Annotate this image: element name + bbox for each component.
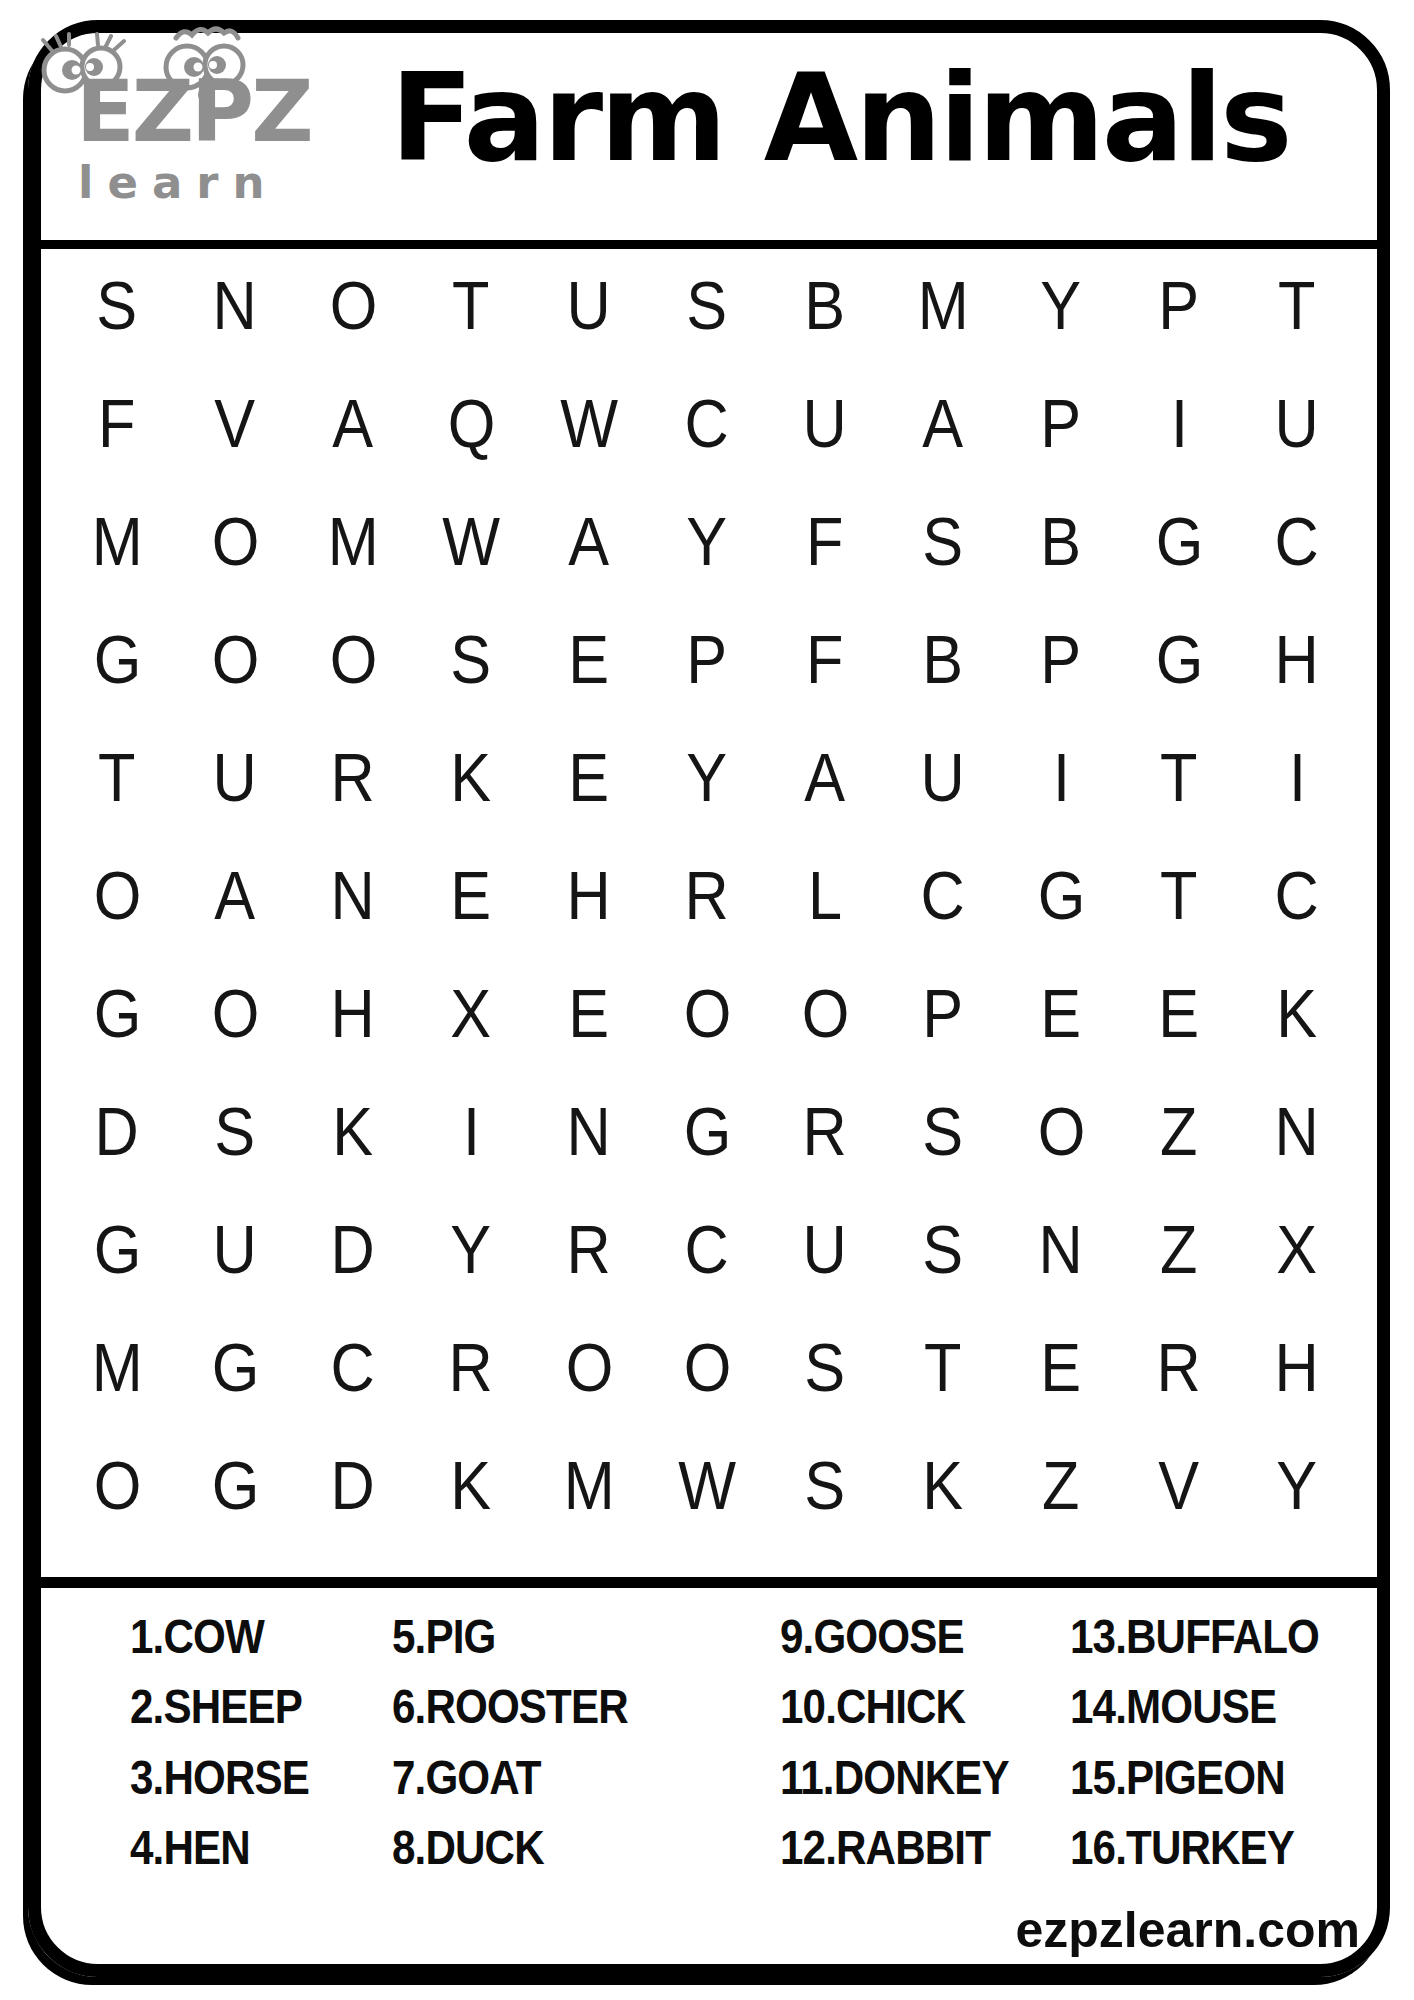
- website-url: ezpzlearn.com: [1015, 1903, 1360, 1957]
- grid-cell-r4c1: G: [58, 600, 176, 718]
- grid-cell-r10c1: M: [58, 1308, 176, 1426]
- grid-cell-r9c7: U: [766, 1190, 884, 1308]
- grid-cell-r2c5: W: [530, 364, 648, 482]
- logo-subtitle: learn: [78, 160, 279, 205]
- grid-cell-r6c3: N: [294, 836, 412, 954]
- grid-cell-r5c5: E: [530, 718, 648, 836]
- grid-cell-r2c7: U: [766, 364, 884, 482]
- grid-cell-r8c11: N: [1238, 1072, 1356, 1190]
- grid-cell-r5c2: U: [176, 718, 294, 836]
- grid-cell-r7c9: E: [1002, 954, 1120, 1072]
- grid-cell-r7c10: E: [1120, 954, 1238, 1072]
- grid-cell-r6c1: O: [58, 836, 176, 954]
- word-item-16: 16.TURKEY: [1070, 1823, 1370, 1872]
- grid-cell-r9c2: U: [176, 1190, 294, 1308]
- grid-cell-r1c5: U: [530, 246, 648, 364]
- word-item-9: 9.GOOSE: [780, 1612, 1070, 1661]
- grid-cell-r10c7: S: [766, 1308, 884, 1426]
- grid-cell-r3c4: W: [412, 482, 530, 600]
- grid-cell-r7c1: G: [58, 954, 176, 1072]
- grid-cell-r9c8: S: [884, 1190, 1002, 1308]
- grid-cell-r8c1: D: [58, 1072, 176, 1190]
- grid-cell-r8c9: O: [1002, 1072, 1120, 1190]
- grid-cell-r6c11: C: [1238, 836, 1356, 954]
- grid-cell-r10c4: R: [412, 1308, 530, 1426]
- grid-cell-r11c1: O: [58, 1426, 176, 1544]
- grid-cell-r1c4: T: [412, 246, 530, 364]
- grid-cell-r3c10: G: [1120, 482, 1238, 600]
- grid-cell-r1c10: P: [1120, 246, 1238, 364]
- grid-cell-r6c9: G: [1002, 836, 1120, 954]
- grid-cell-r11c2: G: [176, 1426, 294, 1544]
- grid-cell-r5c11: I: [1238, 718, 1356, 836]
- grid-cell-r2c10: I: [1120, 364, 1238, 482]
- grid-cell-r7c8: P: [884, 954, 1002, 1072]
- grid-cell-r5c8: U: [884, 718, 1002, 836]
- word-item-5: 5.PIG: [392, 1612, 780, 1661]
- grid-cell-r9c6: C: [648, 1190, 766, 1308]
- grid-cell-r4c9: P: [1002, 600, 1120, 718]
- grid-cell-r2c4: Q: [412, 364, 530, 482]
- grid-cell-r1c8: M: [884, 246, 1002, 364]
- word-item-7: 7.GOAT: [392, 1753, 780, 1802]
- ezpz-logo: EZPZ learn: [36, 24, 296, 209]
- word-item-11: 11.DONKEY: [780, 1753, 1070, 1802]
- grid-cell-r4c4: S: [412, 600, 530, 718]
- word-item-1: 1.COW: [130, 1612, 392, 1661]
- grid-cell-r3c5: A: [530, 482, 648, 600]
- grid-cell-r2c2: V: [176, 364, 294, 482]
- grid-cell-r7c5: E: [530, 954, 648, 1072]
- grid-cell-r1c3: O: [294, 246, 412, 364]
- grid-cell-r10c9: E: [1002, 1308, 1120, 1426]
- grid-cell-r2c9: P: [1002, 364, 1120, 482]
- grid-cell-r5c6: Y: [648, 718, 766, 836]
- grid-cell-r1c9: Y: [1002, 246, 1120, 364]
- grid-cell-r6c5: H: [530, 836, 648, 954]
- grid-cell-r6c4: E: [412, 836, 530, 954]
- grid-cell-r10c2: G: [176, 1308, 294, 1426]
- grid-cell-r2c3: A: [294, 364, 412, 482]
- grid-cell-r6c6: R: [648, 836, 766, 954]
- grid-cell-r5c3: R: [294, 718, 412, 836]
- word-list: 1.COW2.SHEEP3.HORSE4.HEN5.PIG6.ROOSTER7.…: [130, 1601, 1370, 1883]
- grid-cell-r1c1: S: [58, 246, 176, 364]
- grid-cell-r1c7: B: [766, 246, 884, 364]
- grid-cell-r8c5: N: [530, 1072, 648, 1190]
- grid-cell-r9c10: Z: [1120, 1190, 1238, 1308]
- grid-cell-r10c6: O: [648, 1308, 766, 1426]
- grid-cell-r11c9: Z: [1002, 1426, 1120, 1544]
- grid-cell-r5c10: T: [1120, 718, 1238, 836]
- grid-cell-r11c4: K: [412, 1426, 530, 1544]
- grid-cell-r3c3: M: [294, 482, 412, 600]
- grid-cell-r2c1: F: [58, 364, 176, 482]
- word-item-8: 8.DUCK: [392, 1823, 780, 1872]
- grid-cell-r1c6: S: [648, 246, 766, 364]
- page-title: Farm Animals: [300, 34, 1380, 202]
- grid-cell-r11c10: V: [1120, 1426, 1238, 1544]
- grid-cell-r7c3: H: [294, 954, 412, 1072]
- word-item-4: 4.HEN: [130, 1823, 392, 1872]
- word-item-2: 2.SHEEP: [130, 1682, 392, 1731]
- grid-cell-r11c3: D: [294, 1426, 412, 1544]
- grid-cell-r11c7: S: [766, 1426, 884, 1544]
- grid-cell-r9c9: N: [1002, 1190, 1120, 1308]
- word-search-grid: SNOTUSBMYPTFVAQWCUAPIUMOMWAYFSBGCGOOSEPF…: [58, 246, 1356, 1544]
- grid-cell-r8c7: R: [766, 1072, 884, 1190]
- grid-cell-r5c7: A: [766, 718, 884, 836]
- grid-cell-r7c2: O: [176, 954, 294, 1072]
- grid-cell-r6c8: C: [884, 836, 1002, 954]
- grid-cell-r4c5: E: [530, 600, 648, 718]
- grid-cell-r11c6: W: [648, 1426, 766, 1544]
- grid-cell-r2c8: A: [884, 364, 1002, 482]
- word-item-14: 14.MOUSE: [1070, 1682, 1370, 1731]
- grid-cell-r7c11: K: [1238, 954, 1356, 1072]
- grid-cell-r8c6: G: [648, 1072, 766, 1190]
- grid-cell-r5c1: T: [58, 718, 176, 836]
- grid-cell-r8c10: Z: [1120, 1072, 1238, 1190]
- grid-cell-r3c9: B: [1002, 482, 1120, 600]
- grid-cell-r1c2: N: [176, 246, 294, 364]
- logo-brand: EZPZ: [76, 68, 311, 154]
- grid-cell-r4c7: F: [766, 600, 884, 718]
- grid-cell-r2c11: U: [1238, 364, 1356, 482]
- grid-cell-r8c4: I: [412, 1072, 530, 1190]
- grid-cell-r1c11: T: [1238, 246, 1356, 364]
- grid-cell-r3c7: F: [766, 482, 884, 600]
- grid-cell-r8c3: K: [294, 1072, 412, 1190]
- word-item-10: 10.CHICK: [780, 1682, 1070, 1731]
- grid-cell-r3c8: S: [884, 482, 1002, 600]
- grid-cell-r10c5: O: [530, 1308, 648, 1426]
- grid-cell-r4c8: B: [884, 600, 1002, 718]
- grid-cell-r3c6: Y: [648, 482, 766, 600]
- grid-cell-r5c9: I: [1002, 718, 1120, 836]
- grid-cell-r7c6: O: [648, 954, 766, 1072]
- grid-cell-r10c8: T: [884, 1308, 1002, 1426]
- grid-cell-r7c7: O: [766, 954, 884, 1072]
- grid-cell-r4c6: P: [648, 600, 766, 718]
- word-item-6: 6.ROOSTER: [392, 1682, 780, 1731]
- word-item-13: 13.BUFFALO: [1070, 1612, 1370, 1661]
- grid-cell-r9c1: G: [58, 1190, 176, 1308]
- grid-cell-r9c11: X: [1238, 1190, 1356, 1308]
- grid-cell-r11c11: Y: [1238, 1426, 1356, 1544]
- grid-cell-r7c4: X: [412, 954, 530, 1072]
- grid-cell-r4c11: H: [1238, 600, 1356, 718]
- grid-cell-r4c3: O: [294, 600, 412, 718]
- grid-cell-r9c4: Y: [412, 1190, 530, 1308]
- word-list-divider: [41, 1577, 1377, 1588]
- grid-cell-r10c11: H: [1238, 1308, 1356, 1426]
- word-item-12: 12.RABBIT: [780, 1823, 1070, 1872]
- grid-cell-r3c2: O: [176, 482, 294, 600]
- grid-cell-r10c3: C: [294, 1308, 412, 1426]
- grid-cell-r4c2: O: [176, 600, 294, 718]
- grid-cell-r5c4: K: [412, 718, 530, 836]
- grid-cell-r6c2: A: [176, 836, 294, 954]
- grid-cell-r10c10: R: [1120, 1308, 1238, 1426]
- grid-cell-r8c8: S: [884, 1072, 1002, 1190]
- grid-cell-r11c8: K: [884, 1426, 1002, 1544]
- grid-cell-r6c10: T: [1120, 836, 1238, 954]
- grid-cell-r9c3: D: [294, 1190, 412, 1308]
- grid-cell-r9c5: R: [530, 1190, 648, 1308]
- word-item-3: 3.HORSE: [130, 1753, 392, 1802]
- grid-cell-r3c1: M: [58, 482, 176, 600]
- grid-cell-r3c11: C: [1238, 482, 1356, 600]
- grid-cell-r2c6: C: [648, 364, 766, 482]
- grid-cell-r4c10: G: [1120, 600, 1238, 718]
- grid-cell-r6c7: L: [766, 836, 884, 954]
- grid-cell-r8c2: S: [176, 1072, 294, 1190]
- word-item-15: 15.PIGEON: [1070, 1753, 1370, 1802]
- grid-cell-r11c5: M: [530, 1426, 648, 1544]
